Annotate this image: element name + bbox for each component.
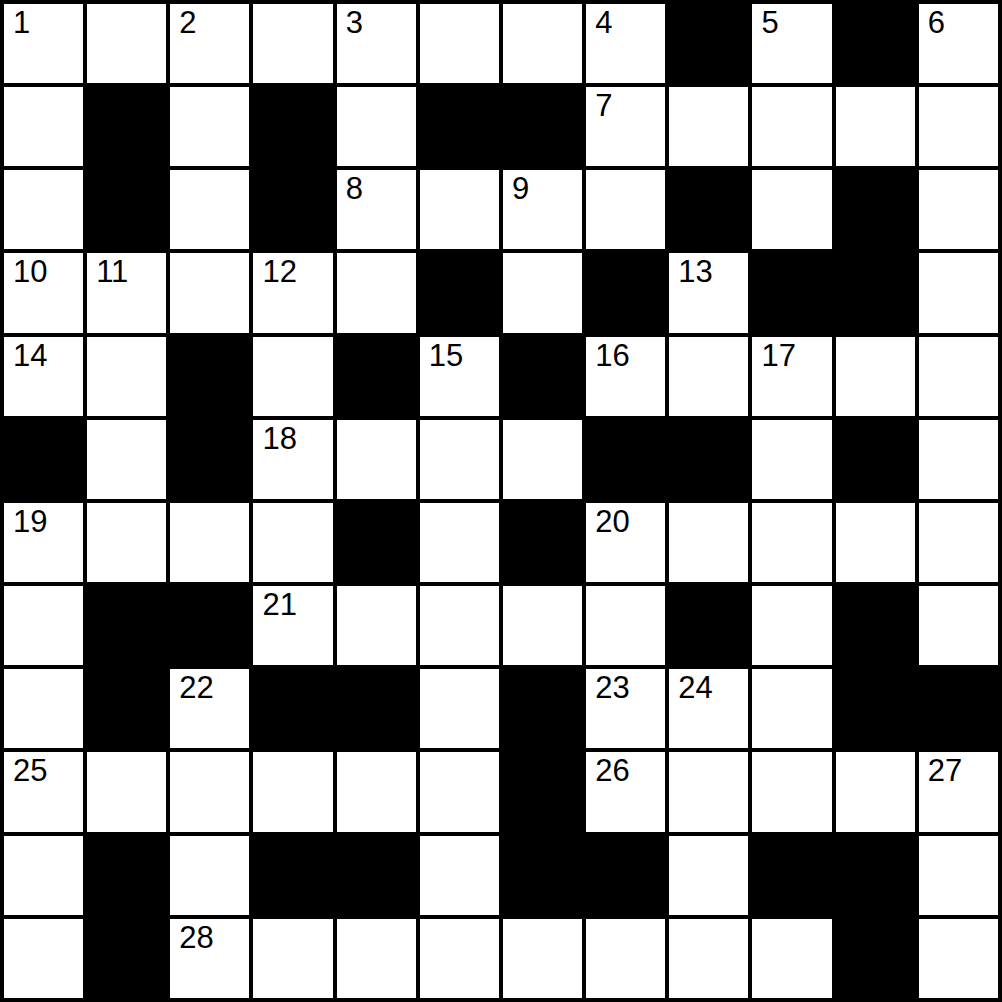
clue-number: 10: [13, 256, 47, 287]
letter-cell-r9c10[interactable]: [836, 752, 915, 831]
letter-cell-r2c0[interactable]: [4, 170, 83, 249]
letter-cell-r0c3[interactable]: [253, 4, 332, 83]
block-cell-r10c7: [586, 836, 665, 915]
letter-cell-r11c5[interactable]: [420, 919, 499, 998]
block-cell-r1c6: [503, 87, 582, 166]
letter-cell-r5c6[interactable]: [503, 420, 582, 499]
clue-number: 15: [429, 340, 463, 371]
clue-number: 28: [179, 922, 213, 953]
letter-cell-r0c5[interactable]: [420, 4, 499, 83]
letter-cell-r11c8[interactable]: [669, 919, 748, 998]
letter-cell-r5c9[interactable]: [752, 420, 831, 499]
letter-cell-r6c2[interactable]: [170, 503, 249, 582]
block-cell-r8c3: [253, 669, 332, 748]
block-cell-r10c6: [503, 836, 582, 915]
letter-cell-r1c11[interactable]: [919, 87, 998, 166]
block-cell-r8c1: [87, 669, 166, 748]
block-cell-r3c5: [420, 253, 499, 332]
letter-cell-r2c4[interactable]: 8: [337, 170, 416, 249]
letter-cell-r10c0[interactable]: [4, 836, 83, 915]
letter-cell-r1c7[interactable]: 7: [586, 87, 665, 166]
letter-cell-r7c4[interactable]: [337, 586, 416, 665]
letter-cell-r9c0[interactable]: 25: [4, 752, 83, 831]
block-cell-r7c8: [669, 586, 748, 665]
clue-number: 3: [346, 7, 363, 38]
block-cell-r7c2: [170, 586, 249, 665]
block-cell-r5c2: [170, 420, 249, 499]
block-cell-r1c5: [420, 87, 499, 166]
clue-number: 26: [595, 755, 629, 786]
letter-cell-r3c6[interactable]: [503, 253, 582, 332]
clue-number: 17: [761, 340, 795, 371]
clue-number: 8: [346, 173, 363, 204]
letter-cell-r6c7[interactable]: 20: [586, 503, 665, 582]
block-cell-r6c4: [337, 503, 416, 582]
letter-cell-r7c7[interactable]: [586, 586, 665, 665]
clue-number: 11: [96, 256, 128, 287]
block-cell-r5c10: [836, 420, 915, 499]
letter-cell-r7c9[interactable]: [752, 586, 831, 665]
block-cell-r8c11: [919, 669, 998, 748]
letter-cell-r10c8[interactable]: [669, 836, 748, 915]
letter-cell-r4c3[interactable]: [253, 337, 332, 416]
block-cell-r7c10: [836, 586, 915, 665]
letter-cell-r9c9[interactable]: [752, 752, 831, 831]
letter-cell-r6c0[interactable]: 19: [4, 503, 83, 582]
letter-cell-r1c4[interactable]: [337, 87, 416, 166]
clue-number: 14: [13, 340, 47, 371]
letter-cell-r6c11[interactable]: [919, 503, 998, 582]
letter-cell-r1c8[interactable]: [669, 87, 748, 166]
letter-cell-r8c7[interactable]: 23: [586, 669, 665, 748]
block-cell-r7c1: [87, 586, 166, 665]
letter-cell-r9c8[interactable]: [669, 752, 748, 831]
block-cell-r5c7: [586, 420, 665, 499]
clue-number: 21: [262, 589, 296, 620]
letter-cell-r6c9[interactable]: [752, 503, 831, 582]
letter-cell-r11c4[interactable]: [337, 919, 416, 998]
block-cell-r4c4: [337, 337, 416, 416]
clue-number: 2: [179, 7, 196, 38]
letter-cell-r7c3[interactable]: 21: [253, 586, 332, 665]
letter-cell-r4c7[interactable]: 16: [586, 337, 665, 416]
letter-cell-r8c9[interactable]: [752, 669, 831, 748]
block-cell-r8c4: [337, 669, 416, 748]
block-cell-r6c6: [503, 503, 582, 582]
letter-cell-r2c5[interactable]: [420, 170, 499, 249]
clue-number: 1: [13, 7, 30, 38]
letter-cell-r3c0[interactable]: 10: [4, 253, 83, 332]
block-cell-r5c0: [4, 420, 83, 499]
letter-cell-r7c0[interactable]: [4, 586, 83, 665]
block-cell-r4c6: [503, 337, 582, 416]
letter-cell-r11c0[interactable]: [4, 919, 83, 998]
letter-cell-r6c1[interactable]: [87, 503, 166, 582]
letter-cell-r0c6[interactable]: [503, 4, 582, 83]
letter-cell-r3c11[interactable]: [919, 253, 998, 332]
letter-cell-r9c7[interactable]: 26: [586, 752, 665, 831]
letter-cell-r2c9[interactable]: [752, 170, 831, 249]
block-cell-r10c3: [253, 836, 332, 915]
letter-cell-r6c5[interactable]: [420, 503, 499, 582]
block-cell-r5c8: [669, 420, 748, 499]
block-cell-r8c10: [836, 669, 915, 748]
clue-number: 27: [928, 755, 962, 786]
clue-number: 25: [13, 755, 47, 786]
letter-cell-r11c7[interactable]: [586, 919, 665, 998]
letter-cell-r4c1[interactable]: [87, 337, 166, 416]
block-cell-r0c8: [669, 4, 748, 83]
letter-cell-r2c7[interactable]: [586, 170, 665, 249]
letter-cell-r11c9[interactable]: [752, 919, 831, 998]
letter-cell-r9c11[interactable]: 27: [919, 752, 998, 831]
letter-cell-r1c0[interactable]: [4, 87, 83, 166]
block-cell-r11c1: [87, 919, 166, 998]
clue-number: 6: [928, 7, 945, 38]
letter-cell-r3c4[interactable]: [337, 253, 416, 332]
clue-number: 12: [262, 256, 296, 287]
letter-cell-r9c2[interactable]: [170, 752, 249, 831]
letter-cell-r3c1[interactable]: 11: [87, 253, 166, 332]
block-cell-r8c6: [503, 669, 582, 748]
clue-number: 19: [13, 506, 47, 537]
letter-cell-r0c1[interactable]: [87, 4, 166, 83]
clue-number: 20: [595, 506, 629, 537]
block-cell-r0c10: [836, 4, 915, 83]
letter-cell-r8c8[interactable]: 24: [669, 669, 748, 748]
letter-cell-r1c9[interactable]: [752, 87, 831, 166]
letter-cell-r10c11[interactable]: [919, 836, 998, 915]
letter-cell-r4c0[interactable]: 14: [4, 337, 83, 416]
letter-cell-r3c2[interactable]: [170, 253, 249, 332]
crossword-grid: 1234567891011121314151617181920212223242…: [0, 0, 1002, 1002]
block-cell-r1c3: [253, 87, 332, 166]
block-cell-r10c10: [836, 836, 915, 915]
letter-cell-r11c6[interactable]: [503, 919, 582, 998]
letter-cell-r9c1[interactable]: [87, 752, 166, 831]
letter-cell-r4c8[interactable]: [669, 337, 748, 416]
letter-cell-r6c3[interactable]: [253, 503, 332, 582]
clue-number: 7: [595, 90, 612, 121]
block-cell-r9c6: [503, 752, 582, 831]
letter-cell-r9c3[interactable]: [253, 752, 332, 831]
clue-number: 23: [595, 672, 629, 703]
letter-cell-r10c2[interactable]: [170, 836, 249, 915]
letter-cell-r2c6[interactable]: 9: [503, 170, 582, 249]
letter-cell-r5c11[interactable]: [919, 420, 998, 499]
letter-cell-r4c11[interactable]: [919, 337, 998, 416]
block-cell-r1c1: [87, 87, 166, 166]
letter-cell-r2c2[interactable]: [170, 170, 249, 249]
letter-cell-r8c2[interactable]: 22: [170, 669, 249, 748]
block-cell-r2c1: [87, 170, 166, 249]
letter-cell-r6c8[interactable]: [669, 503, 748, 582]
letter-cell-r8c5[interactable]: [420, 669, 499, 748]
letter-cell-r4c10[interactable]: [836, 337, 915, 416]
clue-number: 9: [512, 173, 529, 204]
letter-cell-r4c9[interactable]: 17: [752, 337, 831, 416]
letter-cell-r11c2[interactable]: 28: [170, 919, 249, 998]
letter-cell-r0c4[interactable]: 3: [337, 4, 416, 83]
letter-cell-r0c9[interactable]: 5: [752, 4, 831, 83]
letter-cell-r0c2[interactable]: 2: [170, 4, 249, 83]
letter-cell-r10c5[interactable]: [420, 836, 499, 915]
letter-cell-r5c5[interactable]: [420, 420, 499, 499]
block-cell-r10c9: [752, 836, 831, 915]
block-cell-r10c1: [87, 836, 166, 915]
letter-cell-r7c6[interactable]: [503, 586, 582, 665]
block-cell-r3c10: [836, 253, 915, 332]
letter-cell-r0c11[interactable]: 6: [919, 4, 998, 83]
letter-cell-r5c4[interactable]: [337, 420, 416, 499]
letter-cell-r1c10[interactable]: [836, 87, 915, 166]
block-cell-r10c4: [337, 836, 416, 915]
block-cell-r3c9: [752, 253, 831, 332]
block-cell-r2c10: [836, 170, 915, 249]
clue-number: 13: [678, 256, 712, 287]
block-cell-r3c7: [586, 253, 665, 332]
letter-cell-r3c8[interactable]: 13: [669, 253, 748, 332]
letter-cell-r9c5[interactable]: [420, 752, 499, 831]
clue-number: 4: [595, 7, 612, 38]
letter-cell-r1c2[interactable]: [170, 87, 249, 166]
letter-cell-r3c3[interactable]: 12: [253, 253, 332, 332]
letter-cell-r8c0[interactable]: [4, 669, 83, 748]
letter-cell-r2c11[interactable]: [919, 170, 998, 249]
letter-cell-r5c1[interactable]: [87, 420, 166, 499]
clue-number: 24: [678, 672, 712, 703]
letter-cell-r9c4[interactable]: [337, 752, 416, 831]
block-cell-r2c8: [669, 170, 748, 249]
letter-cell-r11c3[interactable]: [253, 919, 332, 998]
letter-cell-r4c5[interactable]: 15: [420, 337, 499, 416]
clue-number: 16: [595, 340, 629, 371]
letter-cell-r6c10[interactable]: [836, 503, 915, 582]
block-cell-r11c10: [836, 919, 915, 998]
letter-cell-r11c11[interactable]: [919, 919, 998, 998]
letter-cell-r0c7[interactable]: 4: [586, 4, 665, 83]
letter-cell-r7c11[interactable]: [919, 586, 998, 665]
block-cell-r4c2: [170, 337, 249, 416]
letter-cell-r7c5[interactable]: [420, 586, 499, 665]
block-cell-r2c3: [253, 170, 332, 249]
letter-cell-r0c0[interactable]: 1: [4, 4, 83, 83]
clue-number: 5: [761, 7, 778, 38]
clue-number: 22: [179, 672, 213, 703]
clue-number: 18: [262, 423, 296, 454]
letter-cell-r5c3[interactable]: 18: [253, 420, 332, 499]
